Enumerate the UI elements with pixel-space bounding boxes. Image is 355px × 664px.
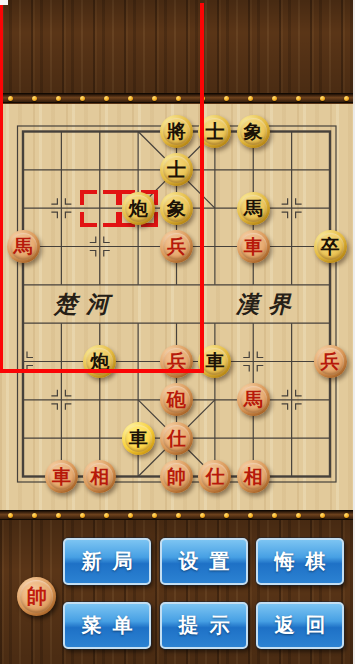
rivet-icon bbox=[200, 96, 205, 101]
piece-red-chariot[interactable]: 車 bbox=[45, 460, 78, 493]
rivet-icon bbox=[320, 513, 325, 518]
piece-character: 車 bbox=[52, 467, 71, 486]
piece-character: 仕 bbox=[167, 429, 186, 448]
rivet-icon bbox=[8, 513, 13, 518]
river-label-han: 漢界 bbox=[236, 290, 300, 318]
piece-character: 馬 bbox=[244, 199, 263, 218]
piece-character: 兵 bbox=[321, 352, 340, 371]
rivet-icon bbox=[152, 96, 157, 101]
rivet-icon bbox=[272, 513, 277, 518]
rivet-icon bbox=[80, 513, 85, 518]
rivet-icon bbox=[296, 513, 301, 518]
rivet-icon bbox=[32, 96, 37, 101]
bottom-rivet-rail bbox=[0, 510, 355, 520]
rivet-icon bbox=[200, 513, 205, 518]
screenshot-corner-artifact bbox=[0, 0, 8, 5]
rivet-icon bbox=[56, 96, 61, 101]
rivet-icon bbox=[104, 96, 109, 101]
turn-indicator-badge: 帥 bbox=[17, 577, 56, 616]
piece-character: 兵 bbox=[167, 237, 186, 256]
piece-character: 炮 bbox=[129, 199, 148, 218]
rivet-icon bbox=[32, 513, 37, 518]
rivet-icon bbox=[224, 513, 229, 518]
last-move-mark bbox=[80, 190, 120, 227]
piece-red-chariot[interactable]: 車 bbox=[237, 230, 270, 263]
piece-black-soldier[interactable]: 卒 bbox=[314, 230, 347, 263]
settings-button[interactable]: 设置 bbox=[160, 538, 248, 585]
xiangqi-board[interactable]: 楚河 漢界 將士象士炮象馬馬兵車卒炮兵車兵砲馬車仕車相帥仕相 bbox=[0, 104, 355, 510]
piece-black-chariot[interactable]: 車 bbox=[122, 422, 155, 455]
piece-character: 車 bbox=[205, 352, 224, 371]
piece-character: 象 bbox=[244, 122, 263, 141]
piece-character: 象 bbox=[167, 199, 186, 218]
piece-character: 士 bbox=[167, 160, 186, 179]
rivet-icon bbox=[176, 96, 181, 101]
menu-button[interactable]: 菜单 bbox=[63, 602, 151, 649]
piece-character: 車 bbox=[129, 429, 148, 448]
new-game-button[interactable]: 新局 bbox=[63, 538, 151, 585]
piece-character: 馬 bbox=[244, 390, 263, 409]
piece-character: 車 bbox=[244, 237, 263, 256]
piece-red-horse[interactable]: 馬 bbox=[237, 383, 270, 416]
bracket-corner bbox=[80, 190, 97, 205]
piece-character: 將 bbox=[167, 122, 186, 141]
rivet-icon bbox=[80, 96, 85, 101]
rivet-icon bbox=[344, 513, 349, 518]
rivet-icon bbox=[272, 96, 277, 101]
undo-button[interactable]: 悔棋 bbox=[256, 538, 344, 585]
piece-black-horse[interactable]: 馬 bbox=[237, 192, 270, 225]
hint-button[interactable]: 提示 bbox=[160, 602, 248, 649]
bracket-corner bbox=[80, 212, 97, 227]
piece-character: 相 bbox=[244, 467, 263, 486]
rivet-icon bbox=[8, 96, 13, 101]
rivet-icon bbox=[344, 96, 349, 101]
rivet-icon bbox=[104, 513, 109, 518]
rivet-icon bbox=[248, 513, 253, 518]
back-button[interactable]: 返回 bbox=[256, 602, 344, 649]
piece-red-soldier[interactable]: 兵 bbox=[160, 345, 193, 378]
piece-character: 馬 bbox=[14, 237, 33, 256]
piece-black-elephant[interactable]: 象 bbox=[237, 115, 270, 148]
rivet-icon bbox=[128, 96, 133, 101]
piece-red-advisor[interactable]: 仕 bbox=[160, 422, 193, 455]
piece-red-soldier[interactable]: 兵 bbox=[314, 345, 347, 378]
piece-character: 砲 bbox=[167, 390, 186, 409]
piece-red-soldier[interactable]: 兵 bbox=[160, 230, 193, 263]
piece-character: 卒 bbox=[321, 237, 340, 256]
rivet-icon bbox=[248, 96, 253, 101]
piece-black-general[interactable]: 將 bbox=[160, 115, 193, 148]
rivet-icon bbox=[176, 513, 181, 518]
piece-red-horse[interactable]: 馬 bbox=[7, 230, 40, 263]
piece-character: 兵 bbox=[167, 352, 186, 371]
rivet-icon bbox=[152, 513, 157, 518]
river-label-chu: 楚河 bbox=[54, 290, 118, 318]
xiangqi-app-screen: 楚河 漢界 將士象士炮象馬馬兵車卒炮兵車兵砲馬車仕車相帥仕相 帥 新局 设置 悔… bbox=[0, 0, 355, 664]
piece-red-elephant[interactable]: 相 bbox=[237, 460, 270, 493]
piece-red-general[interactable]: 帥 bbox=[160, 460, 193, 493]
top-rivet-rail bbox=[0, 93, 355, 103]
piece-character: 仕 bbox=[205, 467, 224, 486]
piece-character: 炮 bbox=[90, 352, 109, 371]
top-wood-panel bbox=[0, 0, 355, 93]
piece-black-cannon[interactable]: 炮 bbox=[122, 192, 155, 225]
piece-character: 士 bbox=[205, 122, 224, 141]
piece-character: 相 bbox=[90, 467, 109, 486]
piece-black-elephant[interactable]: 象 bbox=[160, 192, 193, 225]
rivet-icon bbox=[56, 513, 61, 518]
rivet-icon bbox=[320, 96, 325, 101]
rivet-icon bbox=[224, 96, 229, 101]
rivet-icon bbox=[296, 96, 301, 101]
rivet-icon bbox=[128, 513, 133, 518]
turn-indicator-char: 帥 bbox=[27, 583, 47, 610]
piece-character: 帥 bbox=[167, 467, 186, 486]
